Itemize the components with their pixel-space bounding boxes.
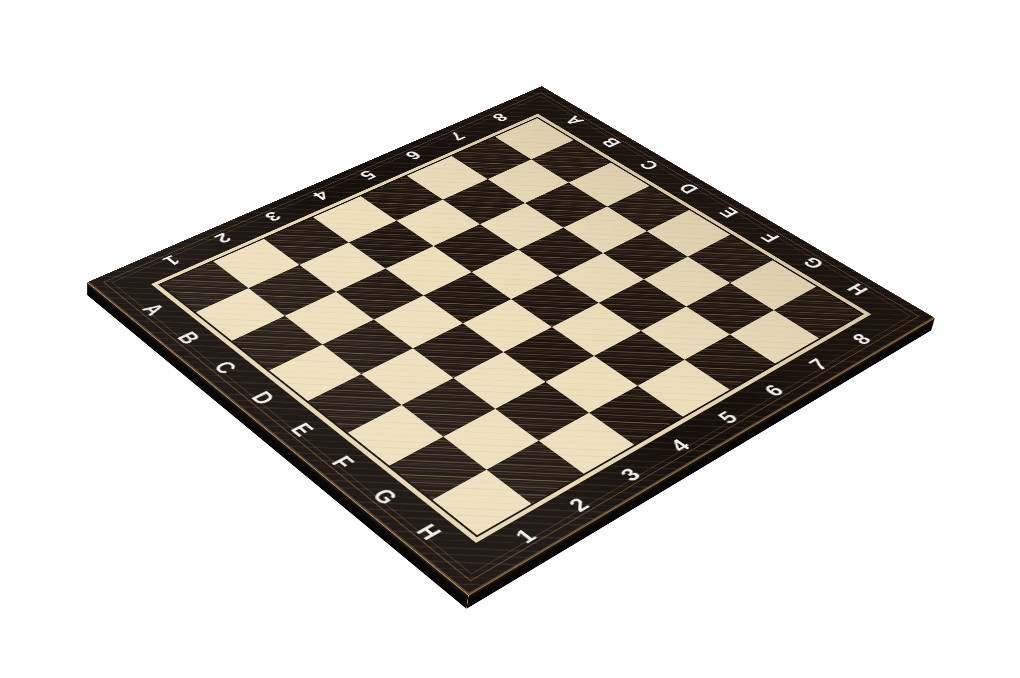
square-c2 (285, 292, 374, 345)
square-f5 (552, 303, 641, 356)
square-b1 (196, 288, 285, 341)
product-photo-scene: ABCDEFGH ABCDEFGH 87654321 87654321 (0, 0, 1020, 678)
rank-label-right-5: 5 (688, 393, 768, 444)
rank-label-right-7: 7 (780, 341, 858, 389)
square-h5 (638, 360, 730, 417)
square-h2 (487, 441, 584, 504)
square-d2 (322, 320, 413, 375)
square-f1 (348, 405, 443, 466)
square-g5 (594, 331, 685, 386)
square-h1 (432, 470, 531, 535)
square-g1 (389, 437, 486, 500)
square-g6 (641, 307, 730, 360)
square-h4 (589, 386, 683, 445)
square-e1 (308, 374, 402, 433)
square-d1 (269, 345, 361, 401)
square-e2 (361, 348, 453, 405)
rank-label-right-2: 2 (538, 477, 622, 534)
square-g4 (546, 356, 638, 413)
field-grid (161, 118, 861, 535)
square-g3 (495, 382, 589, 441)
square-g2 (443, 409, 538, 470)
square-h3 (539, 413, 634, 474)
square-e3 (413, 323, 504, 378)
square-f4 (503, 327, 594, 382)
rank-label-right-3: 3 (590, 448, 672, 503)
rank-label-right-4: 4 (640, 420, 721, 473)
square-f2 (402, 378, 496, 437)
square-h6 (685, 335, 776, 390)
edge-labels-lower-right: 87654321 (482, 317, 899, 565)
rank-label-right-6: 6 (735, 366, 814, 415)
board-face: ABCDEFGH ABCDEFGH 87654321 87654321 (87, 86, 935, 595)
square-e4 (463, 299, 552, 352)
square-d3 (374, 296, 463, 349)
square-h7 (730, 310, 819, 363)
square-c1 (232, 316, 323, 370)
rank-label-right-1: 1 (484, 507, 569, 566)
edge-labels-lower-left: ABCDEFGH (116, 287, 470, 562)
square-f3 (453, 352, 545, 409)
